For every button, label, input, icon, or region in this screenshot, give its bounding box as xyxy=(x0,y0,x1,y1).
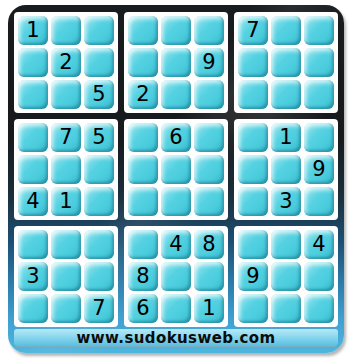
cell-r8c5[interactable] xyxy=(161,262,191,291)
cell-r2c1[interactable] xyxy=(18,48,48,77)
box-3-2: 48861 xyxy=(124,226,228,327)
cell-r4c1[interactable] xyxy=(18,123,48,152)
box-1-1: 125 xyxy=(14,12,118,113)
cell-r2c8[interactable] xyxy=(271,48,301,77)
cell-r9c2[interactable] xyxy=(51,294,81,323)
cell-r2c5[interactable] xyxy=(161,48,191,77)
cell-r6c8: 3 xyxy=(271,187,301,216)
cell-r8c8[interactable] xyxy=(271,262,301,291)
cell-r7c8[interactable] xyxy=(271,230,301,259)
box-2-3: 193 xyxy=(234,119,338,220)
cell-r8c4: 8 xyxy=(128,262,158,291)
cell-r3c3: 5 xyxy=(84,80,114,109)
cell-r2c2: 2 xyxy=(51,48,81,77)
cell-r4c8: 1 xyxy=(271,123,301,152)
board-frame: 12592775416193374886149 www.sudokusweb.c… xyxy=(8,5,344,353)
cell-r1c8[interactable] xyxy=(271,16,301,45)
cell-r3c8[interactable] xyxy=(271,80,301,109)
cell-r6c5[interactable] xyxy=(161,187,191,216)
cell-r8c3[interactable] xyxy=(84,262,114,291)
cell-r4c7[interactable] xyxy=(238,123,268,152)
cell-r2c7[interactable] xyxy=(238,48,268,77)
cell-r3c9[interactable] xyxy=(304,80,334,109)
cell-r1c4[interactable] xyxy=(128,16,158,45)
cell-r3c1[interactable] xyxy=(18,80,48,109)
cell-r3c4: 2 xyxy=(128,80,158,109)
cell-r6c2: 1 xyxy=(51,187,81,216)
cell-r1c7: 7 xyxy=(238,16,268,45)
cell-r2c6: 9 xyxy=(194,48,224,77)
box-2-1: 7541 xyxy=(14,119,118,220)
cell-r7c4[interactable] xyxy=(128,230,158,259)
cell-r9c7[interactable] xyxy=(238,294,268,323)
box-3-1: 37 xyxy=(14,226,118,327)
cell-r5c2[interactable] xyxy=(51,155,81,184)
cell-r8c2[interactable] xyxy=(51,262,81,291)
cell-r1c3[interactable] xyxy=(84,16,114,45)
cell-r5c7[interactable] xyxy=(238,155,268,184)
cell-r3c2[interactable] xyxy=(51,80,81,109)
cell-r6c9[interactable] xyxy=(304,187,334,216)
cell-r5c8[interactable] xyxy=(271,155,301,184)
cell-r9c6: 1 xyxy=(194,294,224,323)
box-1-3: 7 xyxy=(234,12,338,113)
cell-r9c8[interactable] xyxy=(271,294,301,323)
cell-r1c1: 1 xyxy=(18,16,48,45)
cell-r7c1[interactable] xyxy=(18,230,48,259)
cell-r2c4[interactable] xyxy=(128,48,158,77)
cell-r1c6[interactable] xyxy=(194,16,224,45)
cell-r7c6: 8 xyxy=(194,230,224,259)
sudoku-board: 12592775416193374886149 xyxy=(14,12,338,327)
cell-r4c9[interactable] xyxy=(304,123,334,152)
cell-r9c5[interactable] xyxy=(161,294,191,323)
cell-r8c9[interactable] xyxy=(304,262,334,291)
cell-r5c1[interactable] xyxy=(18,155,48,184)
cell-r2c3[interactable] xyxy=(84,48,114,77)
cell-r4c2: 7 xyxy=(51,123,81,152)
cell-r6c3[interactable] xyxy=(84,187,114,216)
cell-r7c2[interactable] xyxy=(51,230,81,259)
box-3-3: 49 xyxy=(234,226,338,327)
cell-r9c4: 6 xyxy=(128,294,158,323)
cell-r9c1[interactable] xyxy=(18,294,48,323)
box-2-2: 6 xyxy=(124,119,228,220)
cell-r3c5[interactable] xyxy=(161,80,191,109)
cell-r2c9[interactable] xyxy=(304,48,334,77)
cell-r8c6[interactable] xyxy=(194,262,224,291)
cell-r7c7[interactable] xyxy=(238,230,268,259)
cell-r3c7[interactable] xyxy=(238,80,268,109)
cell-r1c5[interactable] xyxy=(161,16,191,45)
cell-r5c3[interactable] xyxy=(84,155,114,184)
cell-r9c3: 7 xyxy=(84,294,114,323)
cell-r5c6[interactable] xyxy=(194,155,224,184)
cell-r4c5: 6 xyxy=(161,123,191,152)
site-url[interactable]: www.sudokusweb.com xyxy=(76,329,275,347)
cell-r7c9: 4 xyxy=(304,230,334,259)
box-1-2: 92 xyxy=(124,12,228,113)
cell-r8c7: 9 xyxy=(238,262,268,291)
cell-r6c4[interactable] xyxy=(128,187,158,216)
cell-r4c4[interactable] xyxy=(128,123,158,152)
cell-r5c5[interactable] xyxy=(161,155,191,184)
cell-r7c3[interactable] xyxy=(84,230,114,259)
site-footer-band: www.sudokusweb.com xyxy=(14,329,338,347)
sudoku-widget: 12592775416193374886149 www.sudokusweb.c… xyxy=(0,0,350,360)
cell-r9c9 xyxy=(304,294,334,323)
cell-r5c4[interactable] xyxy=(128,155,158,184)
cell-r6c7[interactable] xyxy=(238,187,268,216)
cell-r4c6[interactable] xyxy=(194,123,224,152)
cell-r7c5: 4 xyxy=(161,230,191,259)
cell-r8c1: 3 xyxy=(18,262,48,291)
cell-r1c9[interactable] xyxy=(304,16,334,45)
cell-r6c6[interactable] xyxy=(194,187,224,216)
cell-r4c3: 5 xyxy=(84,123,114,152)
cell-r1c2[interactable] xyxy=(51,16,81,45)
cell-r6c1: 4 xyxy=(18,187,48,216)
cell-r3c6[interactable] xyxy=(194,80,224,109)
cell-r5c9: 9 xyxy=(304,155,334,184)
